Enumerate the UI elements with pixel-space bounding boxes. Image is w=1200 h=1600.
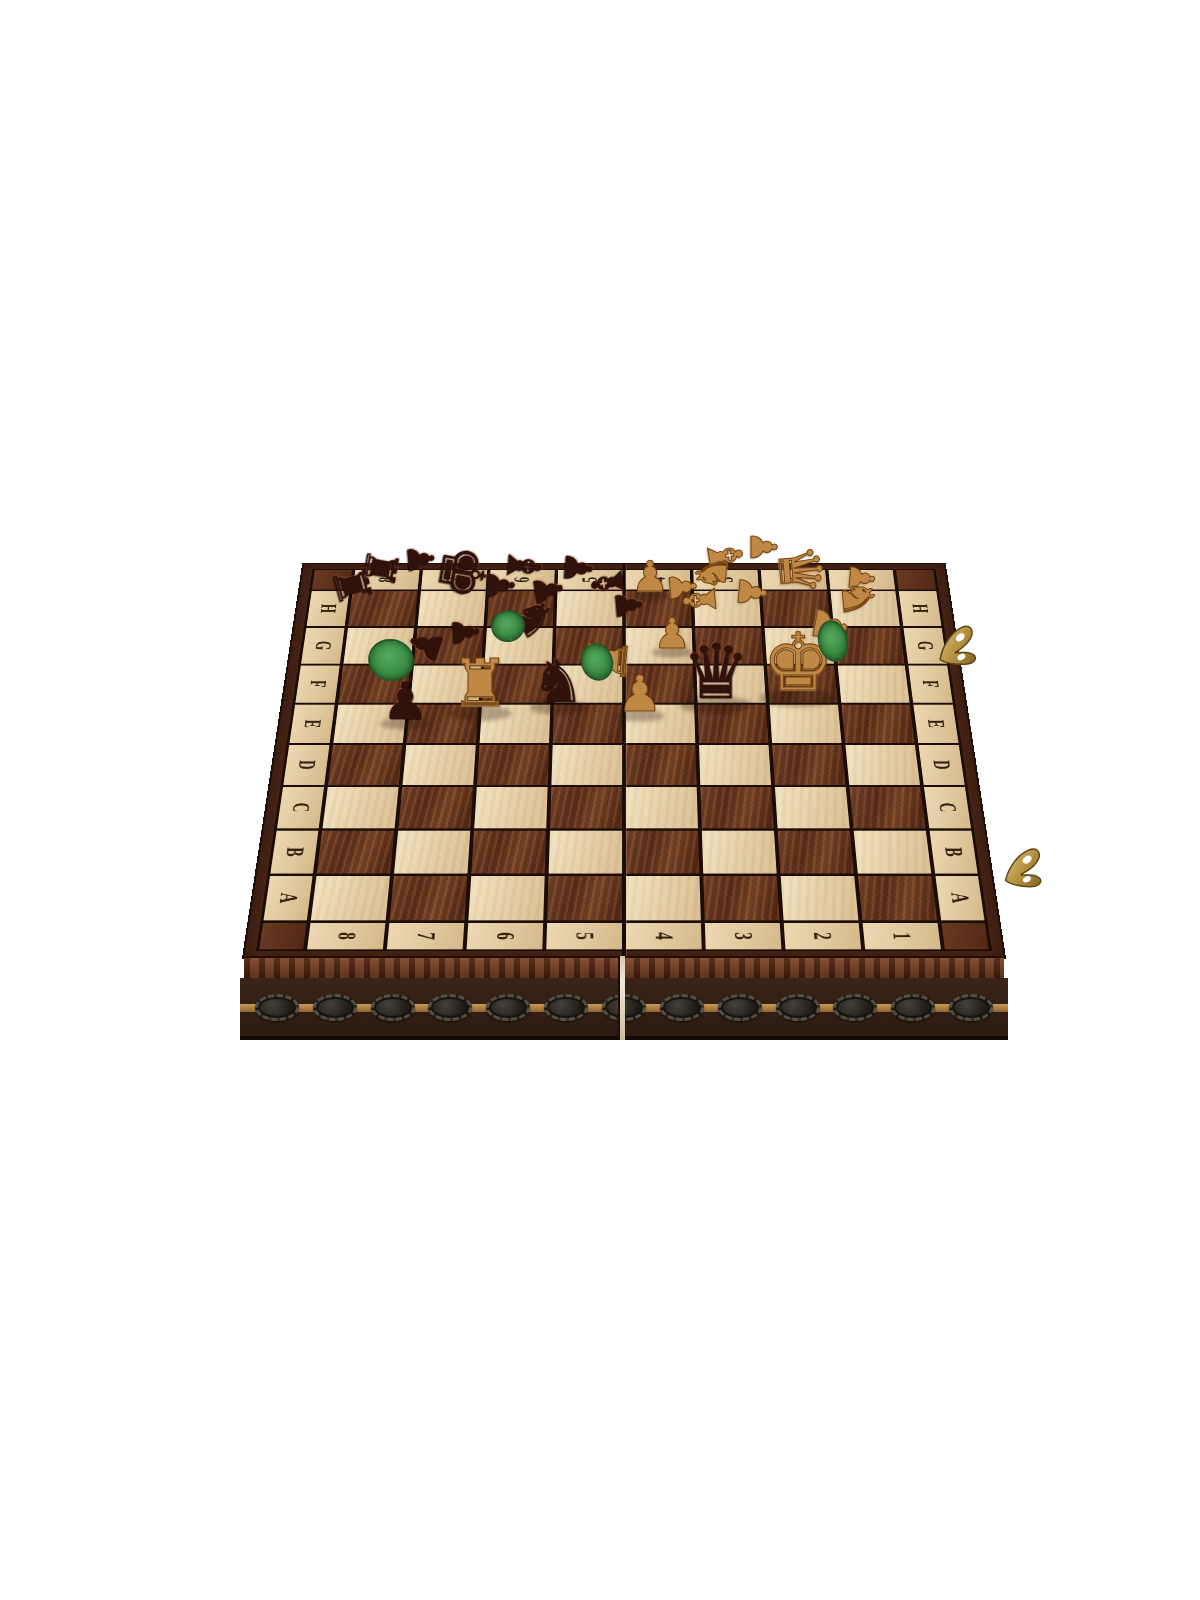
- file-label-left-E: E: [289, 705, 334, 743]
- square-c5: [550, 787, 622, 828]
- file-label-right-D: D: [919, 745, 965, 785]
- square-d5: [551, 745, 622, 785]
- square-h6: [487, 591, 554, 626]
- square-b6: [471, 831, 546, 874]
- margin-corner: [259, 923, 306, 950]
- square-c3: [700, 787, 773, 828]
- square-b4: [626, 831, 699, 874]
- square-f5: [554, 666, 622, 703]
- square-c8: [322, 787, 398, 828]
- brass-clasp: [995, 845, 1050, 899]
- rope-rosette: [833, 994, 877, 1021]
- square-d7: [402, 745, 475, 785]
- file-label-right-C: C: [924, 787, 971, 828]
- square-h5: [556, 591, 622, 626]
- rank-label-top-4: 4: [626, 570, 691, 590]
- square-c7: [398, 787, 473, 828]
- file-label-left-C: C: [277, 787, 324, 828]
- square-e5: [553, 705, 622, 743]
- square-g8: [343, 628, 414, 664]
- file-label-left-D: D: [283, 745, 329, 785]
- square-b2: [778, 831, 854, 874]
- file-label-left-G: G: [301, 628, 344, 664]
- file-label-right-B: B: [930, 831, 978, 874]
- square-b3: [702, 831, 777, 874]
- square-g5: [555, 628, 622, 664]
- square-c4: [626, 787, 698, 828]
- square-g2: [765, 628, 834, 664]
- square-h8: [348, 591, 417, 626]
- square-g7: [414, 628, 483, 664]
- square-b8: [317, 831, 395, 874]
- square-c2: [775, 787, 850, 828]
- square-e4: [626, 705, 695, 743]
- rank-label-bottom-6: 6: [467, 923, 544, 950]
- file-label-left-F: F: [295, 666, 339, 703]
- square-d6: [477, 745, 549, 785]
- rope-rosette: [891, 994, 935, 1021]
- rank-label-bottom-4: 4: [626, 923, 702, 950]
- rope-rosette: [486, 994, 530, 1021]
- rank-label-top-5: 5: [557, 570, 622, 590]
- square-e6: [480, 705, 551, 743]
- square-d8: [328, 745, 403, 785]
- square-e3: [698, 705, 769, 743]
- square-h3: [694, 591, 761, 626]
- margin-corner: [941, 923, 988, 950]
- file-label-right-H: H: [899, 591, 942, 626]
- rank-label-top-1: 1: [828, 570, 895, 590]
- square-d3: [699, 745, 771, 785]
- rank-label-top-7: 7: [421, 570, 487, 590]
- file-label-right-A: A: [935, 876, 984, 921]
- file-label-left-A: A: [264, 876, 313, 921]
- rope-rosette: [255, 994, 299, 1021]
- square-f8: [338, 666, 410, 703]
- square-g3: [695, 628, 763, 664]
- square-f3: [696, 666, 765, 703]
- rank-label-top-3: 3: [693, 570, 758, 590]
- margin-corner: [312, 570, 352, 590]
- rank-label-bottom-1: 1: [863, 923, 941, 950]
- square-f2: [767, 666, 838, 703]
- file-label-left-B: B: [270, 831, 318, 874]
- chess-board: 87654321HHGGFFEEDDCCBBAA87654321: [244, 564, 1004, 958]
- square-e2: [770, 705, 842, 743]
- rank-label-top-8: 8: [353, 570, 420, 590]
- rope-rosette: [776, 994, 820, 1021]
- rank-label-bottom-5: 5: [546, 923, 622, 950]
- square-h2: [762, 591, 830, 626]
- rope-rosette: [718, 994, 762, 1021]
- board-hinge-line: [622, 564, 626, 958]
- margin-corner: [896, 570, 936, 590]
- square-h4: [626, 591, 692, 626]
- square-b7: [394, 831, 470, 874]
- rank-label-bottom-3: 3: [705, 923, 782, 950]
- file-label-left-H: H: [307, 591, 350, 626]
- rank-label-bottom-7: 7: [387, 923, 464, 950]
- rank-label-bottom-2: 2: [784, 923, 861, 950]
- square-f6: [482, 666, 551, 703]
- square-c6: [474, 787, 547, 828]
- rope-rosette: [313, 994, 357, 1021]
- file-label-right-E: E: [913, 705, 958, 743]
- square-f4: [626, 666, 694, 703]
- rope-rosette: [544, 994, 588, 1021]
- rope-rosette: [371, 994, 415, 1021]
- rank-label-bottom-8: 8: [307, 923, 385, 950]
- rank-label-top-6: 6: [489, 570, 554, 590]
- square-g4: [626, 628, 693, 664]
- square-d4: [626, 745, 697, 785]
- rope-rosette: [428, 994, 472, 1021]
- rope-rosette: [949, 994, 993, 1021]
- square-h7: [418, 591, 486, 626]
- square-b5: [549, 831, 622, 874]
- light-pawn-lying: ♟: [745, 531, 781, 563]
- square-d2: [772, 745, 845, 785]
- square-e8: [333, 705, 406, 743]
- chess-set-product-photo: 87654321HHGGFFEEDDCCBBAA87654321 ♟♞♛♜♜♟♚…: [0, 0, 1200, 1600]
- square-g6: [485, 628, 553, 664]
- square-e7: [406, 705, 478, 743]
- rope-rosette: [660, 994, 704, 1021]
- rank-label-top-2: 2: [761, 570, 827, 590]
- square-f7: [410, 666, 481, 703]
- front-hinge-seam: [620, 956, 625, 1040]
